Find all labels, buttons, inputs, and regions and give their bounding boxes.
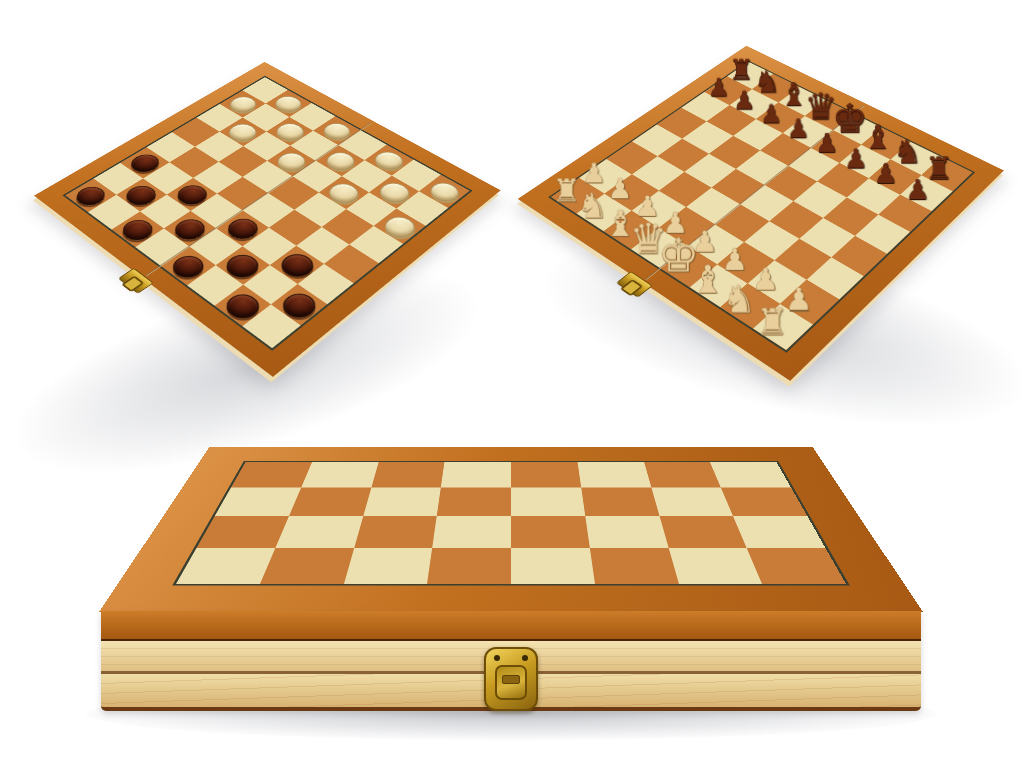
checker-dark-man xyxy=(125,151,164,176)
checker-light-man xyxy=(272,149,311,174)
board-square xyxy=(289,488,371,516)
board-square xyxy=(432,516,511,548)
board-square xyxy=(441,462,511,487)
board-square xyxy=(590,548,679,584)
board-square xyxy=(581,488,659,516)
board-square xyxy=(878,195,932,232)
checker-dark-man xyxy=(70,183,110,210)
board-square xyxy=(721,488,807,516)
checker-light-man xyxy=(271,120,309,143)
board-square xyxy=(437,488,511,516)
board-square xyxy=(397,191,448,225)
chess-piece-white-pawn: ♟ xyxy=(778,284,820,315)
board-square xyxy=(346,192,397,226)
board-square xyxy=(710,462,791,487)
board-square xyxy=(651,488,733,516)
box-top-checker-pattern xyxy=(172,461,850,586)
checker-dark-man xyxy=(121,182,161,209)
board-square xyxy=(644,462,721,487)
product-photo: ♜♞♝♛♚♝♞♜♟♟♟♟♟♟♟♟♟♟♟♟♟♟♟♟♜♞♝♛♚♝♞♜ xyxy=(0,0,1024,767)
latch-screw xyxy=(494,655,500,661)
box-front-side xyxy=(101,611,921,711)
board-square xyxy=(301,462,378,487)
board-square xyxy=(427,548,511,584)
board-square xyxy=(511,516,590,548)
board-square xyxy=(215,488,301,516)
brass-clasp-icon xyxy=(118,268,154,294)
board-square xyxy=(354,516,437,548)
checker-light-man xyxy=(425,179,465,205)
board-square xyxy=(824,198,878,236)
board-square xyxy=(363,488,441,516)
board-square xyxy=(187,265,243,305)
board-square xyxy=(231,462,312,487)
board-square xyxy=(344,548,433,584)
box-top-frame xyxy=(99,447,923,612)
board-square xyxy=(511,462,581,487)
board-square xyxy=(659,516,747,548)
board-square xyxy=(260,548,354,584)
board-square xyxy=(243,161,293,193)
board-square xyxy=(577,462,651,487)
board-square xyxy=(747,548,846,584)
board-square xyxy=(511,548,595,584)
board-square xyxy=(275,516,363,548)
latch-bar xyxy=(502,675,520,684)
board-square xyxy=(511,488,585,516)
box-front-frame-strip xyxy=(101,611,921,641)
board-square xyxy=(176,548,275,584)
board-square xyxy=(197,516,289,548)
board-square xyxy=(733,516,825,548)
board-square xyxy=(371,462,445,487)
chess-piece-white-rook: ♜ xyxy=(547,174,585,206)
chess-piece-white-pawn: ♟ xyxy=(745,264,787,294)
brass-latch xyxy=(484,647,538,711)
box-top xyxy=(99,447,923,612)
board-square xyxy=(585,516,668,548)
latch-screw xyxy=(522,655,528,661)
